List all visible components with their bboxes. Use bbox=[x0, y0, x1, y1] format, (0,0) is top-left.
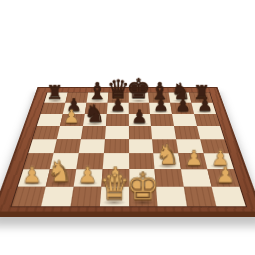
square-e6[interactable]: ♟ bbox=[128, 114, 151, 126]
square-a1[interactable] bbox=[12, 187, 46, 206]
black-pawn-h7[interactable]: ♟ bbox=[197, 96, 213, 113]
white-pawn-b6[interactable]: ♟ bbox=[63, 107, 79, 125]
chess-board-photo: ♜♝♛♚♝♞♜♟♟♟♟♟♟♞♟♞♟♟♟♞♟♟♟♛♚ bbox=[0, 0, 255, 255]
white-knight-b2[interactable]: ♞ bbox=[47, 157, 73, 186]
square-f6[interactable] bbox=[150, 114, 174, 126]
square-c5[interactable] bbox=[81, 126, 106, 139]
white-pawn-a2[interactable]: ♟ bbox=[22, 164, 42, 186]
square-h1[interactable] bbox=[212, 187, 246, 206]
black-pawn-e6[interactable]: ♟ bbox=[132, 107, 148, 125]
square-h5[interactable] bbox=[197, 126, 224, 139]
square-f7[interactable]: ♟ bbox=[149, 103, 172, 114]
black-king-e8[interactable]: ♚ bbox=[127, 75, 151, 102]
square-d5[interactable] bbox=[105, 126, 129, 139]
square-g5[interactable] bbox=[174, 126, 200, 139]
black-knight-c6[interactable]: ♞ bbox=[83, 101, 104, 125]
square-g7[interactable]: ♟ bbox=[170, 103, 194, 114]
square-h2[interactable]: ♟ bbox=[208, 169, 240, 187]
square-d4[interactable] bbox=[103, 139, 128, 153]
square-b2[interactable]: ♞ bbox=[46, 169, 76, 187]
black-pawn-d7[interactable]: ♟ bbox=[110, 96, 126, 113]
square-b6[interactable]: ♟ bbox=[60, 114, 85, 126]
square-g3[interactable]: ♟ bbox=[179, 153, 208, 169]
square-c6[interactable]: ♞ bbox=[83, 114, 107, 126]
square-a6[interactable] bbox=[37, 114, 63, 126]
white-pawn-h2[interactable]: ♟ bbox=[216, 164, 236, 186]
square-f5[interactable] bbox=[151, 126, 176, 139]
black-pawn-f7[interactable]: ♟ bbox=[153, 96, 169, 113]
white-king-e1[interactable]: ♚ bbox=[126, 168, 160, 206]
square-c1[interactable] bbox=[70, 187, 101, 206]
white-pawn-c2[interactable]: ♟ bbox=[77, 164, 97, 186]
square-b1[interactable] bbox=[41, 187, 73, 206]
square-a5[interactable] bbox=[33, 126, 60, 139]
square-a8[interactable]: ♜ bbox=[44, 93, 67, 103]
square-h6[interactable] bbox=[194, 114, 220, 126]
board-rim: ♜♝♛♚♝♞♜♟♟♟♟♟♟♞♟♞♟♟♟♞♟♟♟♛♚ bbox=[0, 87, 255, 217]
square-h7[interactable]: ♟ bbox=[192, 103, 217, 114]
chess-board: ♜♝♛♚♝♞♜♟♟♟♟♟♟♞♟♞♟♟♟♞♟♟♟♛♚ bbox=[10, 92, 247, 207]
square-b4[interactable] bbox=[53, 139, 80, 153]
square-b5[interactable] bbox=[57, 126, 83, 139]
black-pawn-g7[interactable]: ♟ bbox=[175, 96, 191, 113]
square-a4[interactable] bbox=[28, 139, 56, 153]
square-e8[interactable]: ♚ bbox=[128, 93, 149, 103]
square-e4[interactable] bbox=[129, 139, 154, 153]
square-d6[interactable] bbox=[106, 114, 129, 126]
board-scene: ♜♝♛♚♝♞♜♟♟♟♟♟♟♞♟♞♟♟♟♞♟♟♟♛♚ bbox=[19, 30, 236, 247]
square-d1[interactable]: ♛ bbox=[99, 187, 128, 206]
square-a2[interactable]: ♟ bbox=[18, 169, 50, 187]
square-g6[interactable] bbox=[172, 114, 197, 126]
square-d7[interactable]: ♟ bbox=[106, 103, 128, 114]
white-pawn-g3[interactable]: ♟ bbox=[185, 148, 204, 169]
black-rook-a8[interactable]: ♜ bbox=[46, 83, 63, 102]
square-e1[interactable]: ♚ bbox=[129, 187, 158, 206]
square-a7[interactable] bbox=[41, 103, 66, 114]
square-c4[interactable] bbox=[78, 139, 104, 153]
square-e5[interactable] bbox=[128, 126, 152, 139]
square-f1[interactable] bbox=[156, 187, 187, 206]
